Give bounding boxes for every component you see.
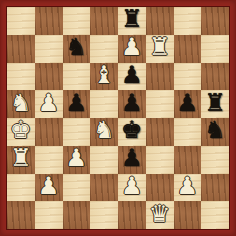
piece-black-rook: ♜ xyxy=(204,90,226,116)
square-h3[interactable] xyxy=(201,146,229,174)
square-b2[interactable]: ♟ xyxy=(35,174,63,202)
piece-black-knight: ♞ xyxy=(66,35,88,61)
square-f5[interactable] xyxy=(146,90,174,118)
square-c5[interactable]: ♟ xyxy=(63,90,91,118)
square-b8[interactable] xyxy=(35,7,63,35)
square-d3[interactable] xyxy=(90,146,118,174)
square-d7[interactable] xyxy=(90,35,118,63)
square-f4[interactable] xyxy=(146,118,174,146)
square-e7[interactable]: ♟ xyxy=(118,35,146,63)
square-b6[interactable] xyxy=(35,63,63,91)
square-e8[interactable]: ♜ xyxy=(118,7,146,35)
square-c7[interactable]: ♞ xyxy=(63,35,91,63)
piece-black-pawn: ♟ xyxy=(121,90,143,116)
piece-black-pawn: ♟ xyxy=(121,63,143,89)
square-e3[interactable]: ♟ xyxy=(118,146,146,174)
piece-white-bishop: ♝ xyxy=(93,63,115,89)
square-d4[interactable]: ♞ xyxy=(90,118,118,146)
square-h8[interactable] xyxy=(201,7,229,35)
square-f6[interactable] xyxy=(146,63,174,91)
square-a4[interactable]: ♚ xyxy=(7,118,35,146)
square-f1[interactable]: ♛ xyxy=(146,201,174,229)
square-a3[interactable]: ♜ xyxy=(7,146,35,174)
piece-white-pawn: ♟ xyxy=(66,146,88,172)
square-e4[interactable]: ♚ xyxy=(118,118,146,146)
square-g6[interactable] xyxy=(174,63,202,91)
square-g5[interactable]: ♟ xyxy=(174,90,202,118)
square-f8[interactable] xyxy=(146,7,174,35)
square-g4[interactable] xyxy=(174,118,202,146)
chess-diagram: ♜♞♟♜♝♟♞♟♟♟♟♜♚♞♚♞♜♟♟♟♟♟♛ xyxy=(0,0,236,236)
square-a6[interactable] xyxy=(7,63,35,91)
square-a5[interactable]: ♞ xyxy=(7,90,35,118)
piece-white-pawn: ♟ xyxy=(38,174,60,200)
square-b3[interactable] xyxy=(35,146,63,174)
square-e5[interactable]: ♟ xyxy=(118,90,146,118)
piece-white-pawn: ♟ xyxy=(38,90,60,116)
square-g2[interactable]: ♟ xyxy=(174,174,202,202)
square-c3[interactable]: ♟ xyxy=(63,146,91,174)
square-d8[interactable] xyxy=(90,7,118,35)
square-b4[interactable] xyxy=(35,118,63,146)
square-g8[interactable] xyxy=(174,7,202,35)
piece-black-pawn: ♟ xyxy=(121,146,143,172)
chess-board-frame: ♜♞♟♜♝♟♞♟♟♟♟♜♚♞♚♞♜♟♟♟♟♟♛ xyxy=(0,0,236,236)
piece-white-knight: ♞ xyxy=(10,90,32,116)
square-d6[interactable]: ♝ xyxy=(90,63,118,91)
piece-white-knight: ♞ xyxy=(93,118,115,144)
piece-black-pawn: ♟ xyxy=(66,90,88,116)
chess-board: ♜♞♟♜♝♟♞♟♟♟♟♜♚♞♚♞♜♟♟♟♟♟♛ xyxy=(7,7,229,229)
square-b5[interactable]: ♟ xyxy=(35,90,63,118)
piece-white-pawn: ♟ xyxy=(177,174,199,200)
square-h7[interactable] xyxy=(201,35,229,63)
square-c4[interactable] xyxy=(63,118,91,146)
piece-white-pawn: ♟ xyxy=(121,174,143,200)
square-f2[interactable] xyxy=(146,174,174,202)
square-g7[interactable] xyxy=(174,35,202,63)
square-b7[interactable] xyxy=(35,35,63,63)
square-h4[interactable]: ♞ xyxy=(201,118,229,146)
square-b1[interactable] xyxy=(35,201,63,229)
piece-black-pawn: ♟ xyxy=(177,90,199,116)
square-c2[interactable] xyxy=(63,174,91,202)
square-e1[interactable] xyxy=(118,201,146,229)
square-f7[interactable]: ♜ xyxy=(146,35,174,63)
piece-black-knight: ♞ xyxy=(204,118,226,144)
piece-white-rook: ♜ xyxy=(149,35,171,61)
square-h5[interactable]: ♜ xyxy=(201,90,229,118)
square-d2[interactable] xyxy=(90,174,118,202)
square-a8[interactable] xyxy=(7,7,35,35)
piece-black-rook: ♜ xyxy=(121,7,143,33)
square-d5[interactable] xyxy=(90,90,118,118)
square-h1[interactable] xyxy=(201,201,229,229)
square-c8[interactable] xyxy=(63,7,91,35)
piece-white-queen: ♛ xyxy=(149,201,171,227)
square-a2[interactable] xyxy=(7,174,35,202)
piece-black-king: ♚ xyxy=(121,118,143,144)
square-a1[interactable] xyxy=(7,201,35,229)
square-f3[interactable] xyxy=(146,146,174,174)
square-g1[interactable] xyxy=(174,201,202,229)
piece-white-king: ♚ xyxy=(10,118,32,144)
square-d1[interactable] xyxy=(90,201,118,229)
piece-white-pawn: ♟ xyxy=(121,35,143,61)
square-c6[interactable] xyxy=(63,63,91,91)
square-h2[interactable] xyxy=(201,174,229,202)
piece-white-rook: ♜ xyxy=(10,146,32,172)
square-g3[interactable] xyxy=(174,146,202,174)
square-a7[interactable] xyxy=(7,35,35,63)
square-e6[interactable]: ♟ xyxy=(118,63,146,91)
square-c1[interactable] xyxy=(63,201,91,229)
square-e2[interactable]: ♟ xyxy=(118,174,146,202)
square-h6[interactable] xyxy=(201,63,229,91)
